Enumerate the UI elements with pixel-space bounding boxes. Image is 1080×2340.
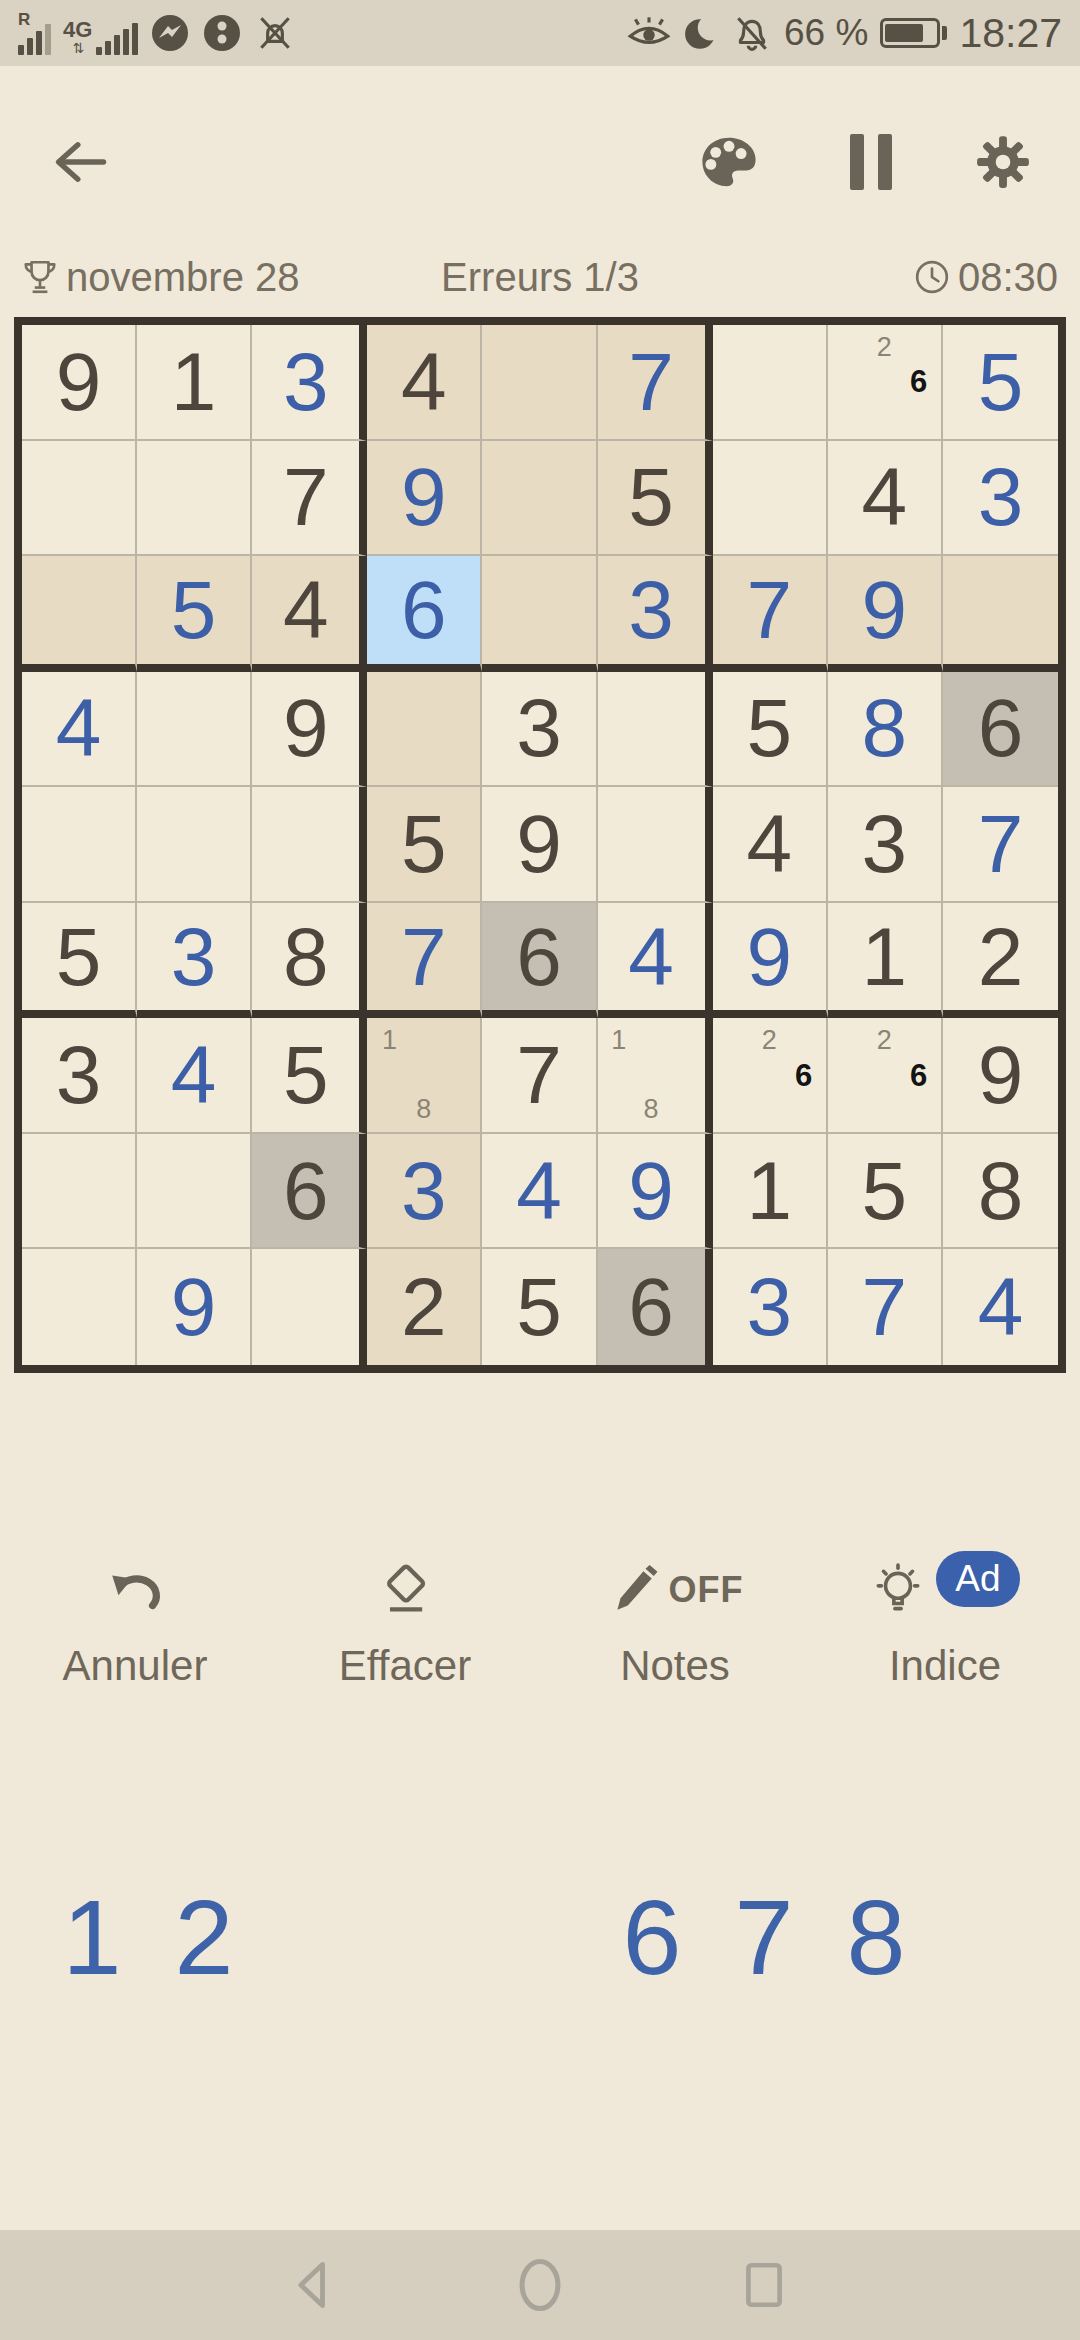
note-digit: 2 bbox=[752, 1023, 786, 1058]
pause-button[interactable] bbox=[850, 134, 892, 190]
cell-r6c7[interactable]: 9 bbox=[713, 903, 828, 1019]
cell-r2c9[interactable]: 3 bbox=[943, 441, 1058, 557]
eye-icon bbox=[626, 15, 672, 51]
cell-digit: 6 bbox=[628, 1266, 674, 1348]
note-digit: 2 bbox=[867, 1023, 901, 1058]
cell-r6c1[interactable]: 5 bbox=[22, 903, 137, 1019]
cell-digit: 7 bbox=[401, 916, 447, 998]
cell-r9c8[interactable]: 7 bbox=[828, 1249, 943, 1365]
cell-r5c5[interactable]: 9 bbox=[482, 787, 597, 903]
numpad-empty-slot-9 bbox=[932, 1862, 1044, 2012]
cell-r9c2[interactable]: 9 bbox=[137, 1249, 252, 1365]
cell-digit: 1 bbox=[746, 1150, 792, 1232]
cell-digit: 9 bbox=[516, 803, 562, 885]
cell-digit: 5 bbox=[171, 569, 217, 651]
numpad-empty-slot-4 bbox=[372, 1862, 484, 2012]
status-right: 66 % 18:27 bbox=[626, 10, 1062, 57]
pencil-notes: 18 bbox=[367, 1018, 480, 1132]
cell-digit: 4 bbox=[862, 456, 908, 538]
cell-digit: 5 bbox=[516, 1266, 562, 1348]
cell-digit: 4 bbox=[56, 687, 102, 769]
cell-r1c9[interactable]: 5 bbox=[943, 325, 1058, 441]
notes-label: Notes bbox=[620, 1642, 730, 1690]
cell-digit: 7 bbox=[862, 1266, 908, 1348]
note-digit: 8 bbox=[635, 1092, 667, 1127]
numpad-digit-8[interactable]: 8 bbox=[820, 1862, 932, 2012]
cell-r6c8[interactable]: 1 bbox=[828, 903, 943, 1019]
cell-r6c9[interactable]: 2 bbox=[943, 903, 1058, 1019]
vibrate-off-icon bbox=[254, 13, 296, 53]
cell-digit: 6 bbox=[401, 569, 447, 651]
erase-button[interactable]: Effacer bbox=[270, 1548, 540, 1718]
cell-r4c4[interactable] bbox=[367, 672, 482, 788]
theme-button[interactable] bbox=[700, 135, 758, 189]
cell-digit: 3 bbox=[171, 916, 217, 998]
cell-r7c5[interactable]: 7 bbox=[482, 1018, 597, 1134]
home-circle-icon bbox=[514, 2257, 566, 2313]
cell-r1c4[interactable]: 4 bbox=[367, 325, 482, 441]
cell-r2c8[interactable]: 4 bbox=[828, 441, 943, 557]
cell-r2c5[interactable] bbox=[482, 441, 597, 557]
numpad-digit-6[interactable]: 6 bbox=[596, 1862, 708, 2012]
cell-digit: 4 bbox=[401, 341, 447, 423]
cell-digit: 9 bbox=[283, 687, 329, 769]
bell-off-icon bbox=[732, 13, 772, 53]
pencil-notes: 18 bbox=[598, 1018, 705, 1132]
cell-digit: 2 bbox=[978, 916, 1024, 998]
cell-digit: 5 bbox=[746, 687, 792, 769]
cell-r5c2[interactable] bbox=[137, 787, 252, 903]
cell-digit: 1 bbox=[171, 341, 217, 423]
cell-r5c8[interactable]: 3 bbox=[828, 787, 943, 903]
android-navbar bbox=[0, 2230, 1080, 2340]
cell-r1c2[interactable]: 1 bbox=[137, 325, 252, 441]
cell-r5c1[interactable] bbox=[22, 787, 137, 903]
cell-digit: 9 bbox=[862, 569, 908, 651]
cell-r4c5[interactable]: 3 bbox=[482, 672, 597, 788]
cell-r8c8[interactable]: 5 bbox=[828, 1134, 943, 1250]
cell-r7c2[interactable]: 4 bbox=[137, 1018, 252, 1134]
cell-digit: 3 bbox=[283, 341, 329, 423]
cell-digit: 3 bbox=[401, 1150, 447, 1232]
sudoku-board: 9134726579543546379493586594375387649123… bbox=[14, 317, 1066, 1373]
cell-r4c3[interactable]: 9 bbox=[252, 672, 367, 788]
signal-r-icon: R bbox=[18, 12, 51, 55]
cell-r4c1[interactable]: 4 bbox=[22, 672, 137, 788]
numpad-digit-7[interactable]: 7 bbox=[708, 1862, 820, 2012]
recents-square-icon bbox=[738, 2259, 790, 2311]
cell-r5c9[interactable]: 7 bbox=[943, 787, 1058, 903]
cell-digit: 1 bbox=[862, 916, 908, 998]
messenger-icon bbox=[150, 13, 190, 53]
cell-r8c5[interactable]: 4 bbox=[482, 1134, 597, 1250]
cell-r8c4[interactable]: 3 bbox=[367, 1134, 482, 1250]
cell-r7c8[interactable]: 26 bbox=[828, 1018, 943, 1134]
cell-digit: 4 bbox=[171, 1034, 217, 1116]
cell-r4c9[interactable]: 6 bbox=[943, 672, 1058, 788]
cell-digit: 4 bbox=[283, 569, 329, 651]
pencil-notes: 26 bbox=[713, 1018, 826, 1132]
cell-r1c7[interactable] bbox=[713, 325, 828, 441]
cell-digit: 3 bbox=[746, 1266, 792, 1348]
note-digit: 1 bbox=[372, 1023, 406, 1058]
numpad-digit-2[interactable]: 2 bbox=[148, 1862, 260, 2012]
cell-r9c6[interactable]: 6 bbox=[598, 1249, 713, 1365]
cell-r9c7[interactable]: 3 bbox=[713, 1249, 828, 1365]
nav-recents-button[interactable] bbox=[738, 2259, 790, 2311]
status-bar: R 4G⇅ bbox=[0, 0, 1080, 66]
cell-digit: 7 bbox=[516, 1034, 562, 1116]
cell-r7c9[interactable]: 9 bbox=[943, 1018, 1058, 1134]
cell-digit: 8 bbox=[283, 916, 329, 998]
note-digit: 6 bbox=[902, 365, 936, 400]
cell-r2c4[interactable]: 9 bbox=[367, 441, 482, 557]
cell-r5c4[interactable]: 5 bbox=[367, 787, 482, 903]
cell-digit: 3 bbox=[56, 1034, 102, 1116]
cell-r7c4[interactable]: 18 bbox=[367, 1018, 482, 1134]
cell-digit: 3 bbox=[516, 687, 562, 769]
status-left: R 4G⇅ bbox=[18, 11, 296, 55]
status-time: 18:27 bbox=[959, 10, 1062, 57]
undo-label: Annuler bbox=[63, 1642, 208, 1690]
cell-r6c2[interactable]: 3 bbox=[137, 903, 252, 1019]
cell-r1c8[interactable]: 26 bbox=[828, 325, 943, 441]
cell-r4c6[interactable] bbox=[598, 672, 713, 788]
cell-digit: 9 bbox=[628, 1150, 674, 1232]
note-digit: 8 bbox=[407, 1092, 441, 1127]
cell-digit: 4 bbox=[978, 1266, 1024, 1348]
cell-r3c9[interactable] bbox=[943, 556, 1058, 672]
back-triangle-icon bbox=[290, 2259, 342, 2311]
cell-digit: 3 bbox=[978, 456, 1024, 538]
note-digit: 2 bbox=[867, 330, 901, 365]
cell-digit: 9 bbox=[746, 916, 792, 998]
cell-digit: 4 bbox=[628, 916, 674, 998]
eraser-icon bbox=[376, 1561, 434, 1619]
cell-r1c6[interactable]: 7 bbox=[598, 325, 713, 441]
nav-home-button[interactable] bbox=[514, 2257, 566, 2313]
cell-digit: 5 bbox=[401, 803, 447, 885]
cell-r2c3[interactable]: 7 bbox=[252, 441, 367, 557]
moon-icon bbox=[684, 14, 720, 52]
cell-r8c9[interactable]: 8 bbox=[943, 1134, 1058, 1250]
pencil-notes: 26 bbox=[828, 1018, 941, 1132]
cell-r8c1[interactable] bbox=[22, 1134, 137, 1250]
back-arrow-icon bbox=[59, 145, 104, 179]
cell-digit: 2 bbox=[401, 1266, 447, 1348]
cell-r2c1[interactable] bbox=[22, 441, 137, 557]
toolbar bbox=[0, 96, 1080, 228]
cell-digit: 9 bbox=[401, 456, 447, 538]
cell-digit: 4 bbox=[516, 1150, 562, 1232]
back-button[interactable] bbox=[50, 136, 110, 188]
cell-r2c6[interactable]: 5 bbox=[598, 441, 713, 557]
note-digit: 1 bbox=[603, 1023, 635, 1058]
cell-r3c8[interactable]: 9 bbox=[828, 556, 943, 672]
cell-r7c6[interactable]: 18 bbox=[598, 1018, 713, 1134]
gear-icon bbox=[976, 135, 1030, 189]
cell-r5c7[interactable]: 4 bbox=[713, 787, 828, 903]
number-pad: 12678 bbox=[0, 1862, 1080, 2012]
cell-digit: 9 bbox=[171, 1266, 217, 1348]
cell-digit: 7 bbox=[978, 803, 1024, 885]
battery-percent: 66 % bbox=[784, 12, 868, 54]
cell-r4c7[interactable]: 5 bbox=[713, 672, 828, 788]
cell-digit: 8 bbox=[862, 687, 908, 769]
signal-4g-icon: 4G⇅ bbox=[63, 11, 138, 55]
cell-digit: 3 bbox=[862, 803, 908, 885]
erase-label: Effacer bbox=[339, 1642, 471, 1690]
cell-digit: 5 bbox=[628, 456, 674, 538]
cell-r7c3[interactable]: 5 bbox=[252, 1018, 367, 1134]
cell-digit: 3 bbox=[628, 569, 674, 651]
cell-r9c5[interactable]: 5 bbox=[482, 1249, 597, 1365]
info-bar: Erreurs 1/3 novembre 28 08:30 bbox=[0, 248, 1080, 306]
battery-icon bbox=[880, 18, 947, 48]
cell-r2c7[interactable] bbox=[713, 441, 828, 557]
numpad-digit-1[interactable]: 1 bbox=[36, 1862, 148, 2012]
palette-icon bbox=[700, 135, 758, 189]
cell-digit: 6 bbox=[978, 687, 1024, 769]
note-digit: 6 bbox=[786, 1058, 820, 1093]
pencil-icon bbox=[607, 1564, 659, 1616]
settings-button[interactable] bbox=[976, 135, 1030, 189]
cell-r3c5[interactable] bbox=[482, 556, 597, 672]
cell-r6c6[interactable]: 4 bbox=[598, 903, 713, 1019]
cell-digit: 7 bbox=[283, 456, 329, 538]
lightbulb-icon bbox=[870, 1560, 926, 1620]
nav-back-button[interactable] bbox=[290, 2259, 342, 2311]
cell-digit: 8 bbox=[978, 1150, 1024, 1232]
cell-r8c2[interactable] bbox=[137, 1134, 252, 1250]
pause-icon bbox=[850, 134, 892, 190]
cell-r6c4[interactable]: 7 bbox=[367, 903, 482, 1019]
cell-r9c4[interactable]: 2 bbox=[367, 1249, 482, 1365]
cell-r5c6[interactable] bbox=[598, 787, 713, 903]
cell-digit: 5 bbox=[978, 341, 1024, 423]
cell-digit: 5 bbox=[56, 916, 102, 998]
errors-counter: Erreurs 1/3 bbox=[0, 255, 1080, 300]
cell-digit: 7 bbox=[746, 569, 792, 651]
cell-r9c3[interactable] bbox=[252, 1249, 367, 1365]
cell-r1c1[interactable]: 9 bbox=[22, 325, 137, 441]
cell-r9c9[interactable]: 4 bbox=[943, 1249, 1058, 1365]
cell-r5c3[interactable] bbox=[252, 787, 367, 903]
undo-button[interactable]: Annuler bbox=[0, 1548, 270, 1718]
pencil-notes: 26 bbox=[828, 325, 941, 439]
cell-r3c7[interactable]: 7 bbox=[713, 556, 828, 672]
cell-digit: 5 bbox=[283, 1034, 329, 1116]
cell-r3c4[interactable]: 6 bbox=[367, 556, 482, 672]
cell-r7c1[interactable]: 3 bbox=[22, 1018, 137, 1134]
numpad-empty-slot-5 bbox=[484, 1862, 596, 2012]
undo-icon bbox=[105, 1564, 165, 1616]
cell-digit: 4 bbox=[746, 803, 792, 885]
cell-r7c7[interactable]: 26 bbox=[713, 1018, 828, 1134]
cell-r4c8[interactable]: 8 bbox=[828, 672, 943, 788]
cell-r3c1[interactable] bbox=[22, 556, 137, 672]
cell-digit: 5 bbox=[862, 1150, 908, 1232]
cell-r6c3[interactable]: 8 bbox=[252, 903, 367, 1019]
cell-r8c7[interactable]: 1 bbox=[713, 1134, 828, 1250]
cell-r8c6[interactable]: 9 bbox=[598, 1134, 713, 1250]
cell-r3c3[interactable]: 4 bbox=[252, 556, 367, 672]
cell-digit: 9 bbox=[978, 1034, 1024, 1116]
hint-button[interactable]: Ad Indice bbox=[810, 1548, 1080, 1718]
cell-digit: 9 bbox=[56, 341, 102, 423]
cell-digit: 7 bbox=[628, 341, 674, 423]
notes-off-badge: OFF bbox=[669, 1569, 744, 1611]
cell-r2c2[interactable] bbox=[137, 441, 252, 557]
cell-r1c3[interactable]: 3 bbox=[252, 325, 367, 441]
note-digit: 6 bbox=[902, 1058, 936, 1093]
cell-r4c2[interactable] bbox=[137, 672, 252, 788]
cell-r6c5[interactable]: 6 bbox=[482, 903, 597, 1019]
numpad-empty-slot-3 bbox=[260, 1862, 372, 2012]
cell-r3c6[interactable]: 3 bbox=[598, 556, 713, 672]
action-bar: Annuler Effacer OFF Notes bbox=[0, 1548, 1080, 1718]
cell-r1c5[interactable] bbox=[482, 325, 597, 441]
cell-r9c1[interactable] bbox=[22, 1249, 137, 1365]
notes-button[interactable]: OFF Notes bbox=[540, 1548, 810, 1718]
hint-ad-badge: Ad bbox=[936, 1551, 1020, 1607]
dots-notification-icon bbox=[202, 13, 242, 53]
hint-label: Indice bbox=[889, 1642, 1001, 1690]
cell-digit: 6 bbox=[283, 1150, 329, 1232]
cell-r8c3[interactable]: 6 bbox=[252, 1134, 367, 1250]
cell-digit: 6 bbox=[516, 916, 562, 998]
cell-r3c2[interactable]: 5 bbox=[137, 556, 252, 672]
